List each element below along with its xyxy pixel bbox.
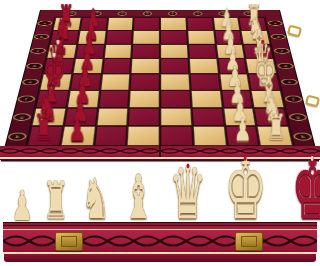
white-rook[interactable]: ♜ (43, 182, 69, 222)
box-lid-edge (3, 222, 317, 230)
square[interactable] (160, 108, 192, 127)
square[interactable] (130, 74, 160, 90)
chess-set-photo: 87654321 abcdefgh ♜♟♟♜♞♟♟♞♝♟♟♝♛♟♟♛♚♟♟♚♝♟… (0, 0, 320, 266)
red-pawn[interactable]: ♟ (68, 117, 86, 145)
square[interactable] (132, 44, 160, 59)
square[interactable] (160, 17, 187, 30)
square[interactable] (192, 126, 226, 146)
coordinate-medallion: 6 (117, 11, 126, 15)
square[interactable] (106, 17, 134, 30)
coordinate-medallion: h (7, 133, 27, 141)
square[interactable] (187, 30, 215, 44)
brass-hook-clasp (305, 95, 320, 108)
closed-chess-box: ♟♜♞♝♛♚♚♛♝♞♜♟ (3, 160, 317, 262)
coordinate-medallion: g (289, 114, 308, 121)
square[interactable] (160, 90, 191, 107)
coordinate-medallion: 3 (193, 11, 202, 15)
coordinate-medallion: g (12, 114, 31, 121)
coordinate-medallion: b (270, 34, 286, 39)
coordinate-medallion: h (293, 133, 313, 141)
carved-wave-pattern (3, 231, 317, 251)
square[interactable]: ♟ (60, 126, 96, 146)
coordinate-medallion: e (22, 79, 40, 85)
coordinate-medallion: 5 (143, 11, 152, 15)
square[interactable] (189, 74, 220, 90)
coordinate-medallion: a (37, 21, 53, 26)
square[interactable]: ♜ (27, 126, 64, 146)
square[interactable] (160, 30, 188, 44)
square[interactable] (190, 90, 222, 107)
square[interactable] (101, 58, 131, 73)
square[interactable] (160, 74, 190, 90)
board-frame: 87654321 abcdefgh ♜♟♟♜♞♟♟♞♝♟♟♝♛♟♟♛♚♟♟♚♝♟… (1, 10, 320, 161)
coordinate-medallion: 4 (168, 11, 177, 15)
open-chess-board: 87654321 abcdefgh ♜♟♟♜♞♟♟♞♝♟♟♝♛♟♟♛♚♟♟♚♝♟… (0, 0, 320, 160)
square[interactable] (133, 17, 160, 30)
square[interactable] (131, 58, 160, 73)
finial-dot (311, 156, 314, 161)
red-rook[interactable]: ♜ (33, 113, 53, 145)
red-king[interactable]: ♚ (291, 157, 320, 222)
brass-clasp-left (55, 232, 83, 251)
square[interactable] (191, 108, 224, 127)
square[interactable] (98, 90, 130, 107)
brass-clasp-right (235, 232, 263, 251)
finial-dot (244, 156, 247, 161)
white-rook[interactable]: ♜ (266, 113, 286, 145)
white-king[interactable]: ♚ (224, 157, 267, 222)
square[interactable] (160, 58, 189, 73)
coordinate-medallion: f (17, 96, 35, 103)
square[interactable] (103, 44, 132, 59)
coordinate-medallion: d (277, 63, 294, 69)
box-front (3, 230, 317, 254)
finial-dot (53, 52, 56, 57)
square[interactable] (93, 126, 127, 146)
square[interactable] (188, 44, 217, 59)
square[interactable] (188, 58, 218, 73)
square[interactable] (127, 126, 160, 146)
square[interactable] (128, 108, 160, 127)
square[interactable] (160, 126, 193, 146)
coordinate-medallion: a (267, 21, 283, 26)
square[interactable] (105, 30, 133, 44)
finial-dot (56, 39, 59, 44)
display-row: ♟♜♞♝♛♚♚♛♝♞♜♟ (7, 150, 313, 222)
coordinate-medallion: f (284, 96, 302, 103)
brass-hook-clasp (287, 25, 302, 38)
finial-dot (261, 39, 264, 44)
board-grid: ♜♟♟♜♞♟♟♞♝♟♟♝♛♟♟♛♚♟♟♚♝♟♟♝♞♟♟♞♜♟♟♜ (25, 17, 295, 147)
finial-dot (187, 164, 190, 169)
square[interactable] (132, 30, 160, 44)
square[interactable] (160, 44, 188, 59)
square[interactable] (186, 17, 214, 30)
square[interactable] (100, 74, 131, 90)
coordinate-medallion: e (281, 79, 299, 85)
box-base-shadow (4, 254, 316, 262)
square[interactable] (96, 108, 129, 127)
white-bishop[interactable]: ♝ (123, 174, 154, 222)
finial-dot (264, 52, 267, 57)
white-pawn[interactable]: ♟ (12, 190, 33, 222)
white-knight[interactable]: ♞ (81, 178, 110, 222)
white-queen[interactable]: ♛ (169, 165, 207, 222)
square[interactable] (129, 90, 160, 107)
